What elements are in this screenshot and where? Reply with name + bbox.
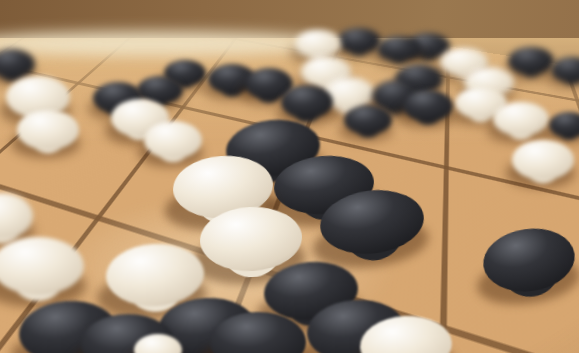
go-stone-black[interactable]: ● <box>403 90 453 122</box>
go-stone-black[interactable]: ● <box>479 223 579 297</box>
stone-sheen <box>17 110 79 150</box>
stone-sheen <box>344 105 392 135</box>
go-stone-black[interactable]: ● <box>551 57 579 83</box>
go-stone-white[interactable]: ● <box>17 110 79 150</box>
stone-sheen <box>512 140 574 180</box>
go-stone-white[interactable]: ● <box>359 314 454 353</box>
go-stone-white[interactable]: ● <box>512 140 574 180</box>
go-stone-black[interactable]: ● <box>344 105 392 135</box>
go-stone-black[interactable]: ● <box>508 47 554 75</box>
go-board-photo: ●●●●●●●●●●●●●●●●●●●●●●●●●●●●●●●●●●●●●●●●… <box>0 0 579 353</box>
stone-sheen <box>508 47 554 75</box>
stone-sheen <box>403 90 453 122</box>
go-stone-white[interactable]: ● <box>134 334 182 353</box>
go-stone-black[interactable]: ● <box>210 312 306 353</box>
